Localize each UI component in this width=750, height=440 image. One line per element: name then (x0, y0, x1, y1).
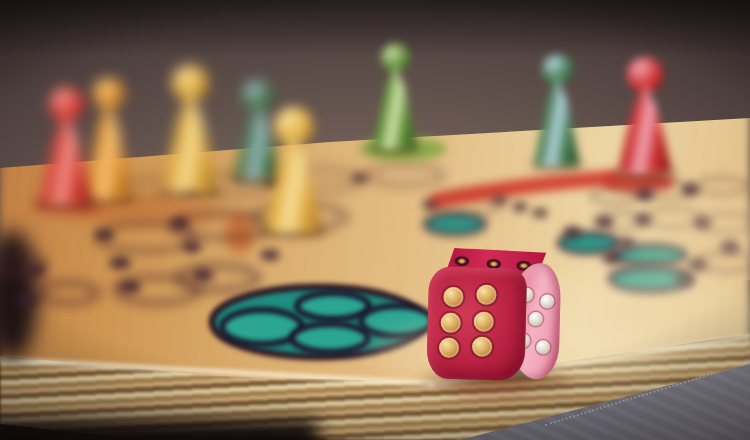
die-pip-gold (443, 287, 464, 308)
pawn-orange-left-back[interactable] (86, 78, 130, 200)
die-pip-gold (439, 338, 460, 359)
pawn-yellow-middle[interactable] (164, 65, 216, 193)
pawn-body (86, 103, 130, 200)
pawn-green-center[interactable] (374, 43, 416, 149)
pawn-body (265, 139, 321, 233)
die-pip-silver (540, 294, 554, 308)
pawn-red-right[interactable] (619, 57, 671, 173)
die-pip-gold (474, 311, 495, 332)
die-pip-silver (536, 340, 550, 354)
pawn-body (535, 79, 579, 166)
pawn-yellow-front[interactable] (265, 107, 321, 233)
die-pip-silver (529, 312, 543, 326)
die-pip-socket (454, 256, 469, 266)
pawn-red-left[interactable] (41, 87, 91, 205)
ludo-board-photo (0, 0, 750, 440)
die-pip-gold (440, 313, 461, 334)
pawn-body (374, 67, 416, 149)
die-pip-gold (476, 285, 497, 306)
pawn-green-right[interactable] (535, 54, 579, 166)
pawn-body (41, 116, 91, 205)
pawns-layer (0, 0, 750, 440)
red-die[interactable] (422, 244, 565, 382)
die-front-face (426, 266, 527, 381)
pawn-body (164, 95, 216, 193)
pawn-body (619, 87, 671, 173)
die-pip-gold (472, 336, 493, 357)
